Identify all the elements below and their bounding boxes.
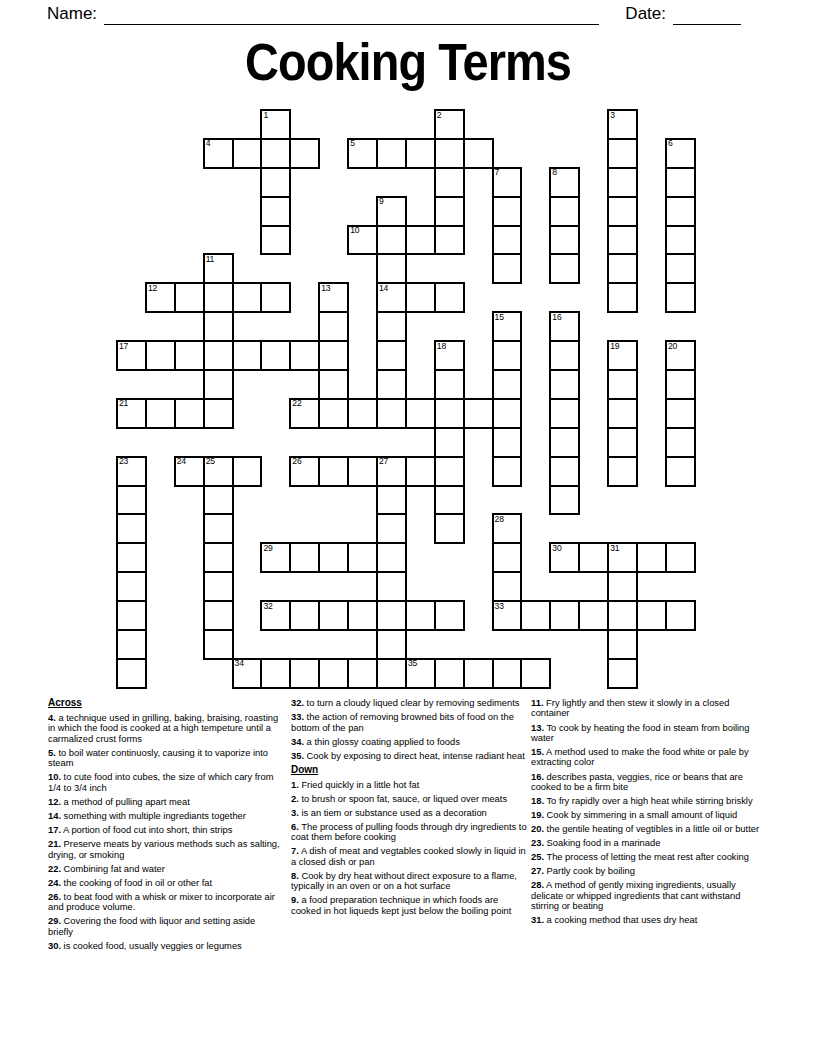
clue-number-label: 32.: [291, 698, 304, 708]
grid-cell[interactable]: [435, 139, 464, 168]
grid-cell[interactable]: 13: [319, 283, 348, 312]
grid-cell[interactable]: [406, 399, 435, 428]
grid-cell[interactable]: [377, 226, 406, 255]
grid-cell[interactable]: [608, 168, 637, 197]
empty-cell: [319, 110, 348, 139]
grid-cell[interactable]: [233, 283, 262, 312]
clue-number: 15: [495, 313, 504, 322]
grid-cell[interactable]: [435, 370, 464, 399]
grid-cell[interactable]: 32: [261, 601, 290, 630]
grid-cell[interactable]: [117, 572, 146, 601]
grid-cell[interactable]: [666, 543, 695, 572]
grid-cell[interactable]: [579, 543, 608, 572]
grid-cell[interactable]: [666, 226, 695, 255]
grid-cell[interactable]: [290, 659, 319, 688]
empty-cell: [637, 659, 666, 688]
empty-cell: [521, 197, 550, 226]
grid-cell[interactable]: 4: [204, 139, 233, 168]
grid-cell[interactable]: [493, 399, 522, 428]
grid-cell[interactable]: [521, 659, 550, 688]
grid-cell[interactable]: [666, 283, 695, 312]
grid-cell[interactable]: [406, 457, 435, 486]
empty-cell: [348, 168, 377, 197]
grid-cell[interactable]: [117, 630, 146, 659]
grid-cell[interactable]: [117, 514, 146, 543]
grid-cell[interactable]: [608, 283, 637, 312]
empty-cell: [204, 168, 233, 197]
empty-cell: [261, 370, 290, 399]
grid-cell[interactable]: 24: [175, 457, 204, 486]
empty-cell: [579, 659, 608, 688]
grid-cell[interactable]: [377, 370, 406, 399]
grid-cell[interactable]: [435, 601, 464, 630]
grid-cell[interactable]: 22: [290, 399, 319, 428]
name-input-line[interactable]: [104, 4, 599, 25]
grid-cell[interactable]: [637, 543, 666, 572]
empty-cell: [464, 601, 493, 630]
grid-cell[interactable]: [175, 399, 204, 428]
empty-cell: [233, 601, 262, 630]
clue-number: 16: [552, 313, 561, 322]
empty-cell: [175, 659, 204, 688]
grid-cell[interactable]: [666, 254, 695, 283]
empty-cell: [175, 514, 204, 543]
grid-cell[interactable]: [464, 659, 493, 688]
grid-cell[interactable]: 26: [290, 457, 319, 486]
empty-cell: [666, 630, 695, 659]
grid-cell[interactable]: 34: [233, 659, 262, 688]
empty-cell: [406, 370, 435, 399]
grid-cell[interactable]: 2: [435, 110, 464, 139]
grid-cell[interactable]: [377, 254, 406, 283]
empty-cell: [579, 197, 608, 226]
empty-cell: [637, 139, 666, 168]
empty-cell: [579, 630, 608, 659]
empty-cell: [146, 254, 175, 283]
grid-cell[interactable]: [666, 457, 695, 486]
grid-cell[interactable]: [204, 514, 233, 543]
empty-cell: [204, 226, 233, 255]
grid-cell[interactable]: [435, 514, 464, 543]
empty-cell: [406, 630, 435, 659]
empty-cell: [261, 312, 290, 341]
grid-cell[interactable]: [175, 341, 204, 370]
grid-cell[interactable]: [608, 399, 637, 428]
clue-number-label: 11.: [531, 698, 543, 708]
grid-cell[interactable]: [608, 572, 637, 601]
grid-cell[interactable]: [493, 197, 522, 226]
clue-number-label: 35.: [291, 751, 304, 761]
grid-cell[interactable]: 18: [435, 341, 464, 370]
grid-cell[interactable]: [406, 226, 435, 255]
grid-cell[interactable]: 8: [550, 168, 579, 197]
empty-cell: [233, 312, 262, 341]
grid-cell[interactable]: [146, 399, 175, 428]
grid-cell[interactable]: [435, 197, 464, 226]
empty-cell: [464, 630, 493, 659]
grid-cell[interactable]: [377, 139, 406, 168]
grid-cell[interactable]: [377, 312, 406, 341]
empty-cell: [406, 341, 435, 370]
grid-cell[interactable]: [348, 543, 377, 572]
empty-cell: [319, 514, 348, 543]
grid-cell[interactable]: [348, 659, 377, 688]
grid-cell[interactable]: [117, 659, 146, 688]
grid-cell[interactable]: [319, 341, 348, 370]
empty-cell: [146, 659, 175, 688]
clues-column-3: 11. Fry lightly and then stew it slowly …: [531, 698, 770, 929]
empty-cell: [637, 399, 666, 428]
clue-number-label: 3.: [291, 808, 299, 818]
empty-cell: [175, 370, 204, 399]
grid-cell[interactable]: [290, 139, 319, 168]
empty-cell: [521, 428, 550, 457]
grid-cell[interactable]: 33: [493, 601, 522, 630]
clue-18: 18. To fry rapidly over a high heat whil…: [531, 796, 770, 806]
grid-cell[interactable]: [204, 543, 233, 572]
clue-number: 33: [495, 602, 504, 611]
grid-cell[interactable]: [493, 543, 522, 572]
grid-cell[interactable]: [435, 168, 464, 197]
empty-cell: [579, 168, 608, 197]
empty-cell: [521, 312, 550, 341]
grid-cell[interactable]: [493, 226, 522, 255]
empty-cell: [521, 283, 550, 312]
clue-number-label: 12.: [48, 797, 61, 807]
grid-cell[interactable]: [666, 601, 695, 630]
clue-1: 1. Fried quickly in a little hot fat: [291, 780, 529, 790]
empty-cell: [521, 341, 550, 370]
clue-23: 23. Soaking food in a marinade: [531, 838, 770, 848]
grid-cell[interactable]: 5: [348, 139, 377, 168]
grid-cell[interactable]: [377, 341, 406, 370]
grid-cell[interactable]: [319, 543, 348, 572]
empty-cell: [146, 370, 175, 399]
grid-cell[interactable]: [146, 341, 175, 370]
grid-cell[interactable]: [608, 139, 637, 168]
grid-cell[interactable]: [204, 486, 233, 515]
clue-number: 28: [495, 515, 504, 524]
empty-cell: [464, 226, 493, 255]
empty-cell: [579, 283, 608, 312]
grid-cell[interactable]: 14: [377, 283, 406, 312]
empty-cell: [348, 486, 377, 515]
grid-cell[interactable]: [377, 630, 406, 659]
clue-number-label: 9.: [291, 895, 299, 905]
grid-cell[interactable]: [348, 457, 377, 486]
grid-cell[interactable]: [493, 572, 522, 601]
empty-cell: [146, 312, 175, 341]
grid-cell[interactable]: [319, 399, 348, 428]
grid-cell[interactable]: 10: [348, 226, 377, 255]
grid-cell[interactable]: [377, 486, 406, 515]
grid-cell[interactable]: [406, 139, 435, 168]
empty-cell: [233, 486, 262, 515]
empty-cell: [348, 572, 377, 601]
grid-cell[interactable]: 15: [493, 312, 522, 341]
grid-cell[interactable]: [608, 197, 637, 226]
clue-number-label: 31.: [531, 915, 544, 925]
clue-27: 27. Partly cook by boiling: [531, 866, 770, 876]
grid-cell[interactable]: [521, 601, 550, 630]
empty-cell: [117, 283, 146, 312]
grid-cell[interactable]: 25: [204, 457, 233, 486]
grid-cell[interactable]: [117, 543, 146, 572]
empty-cell: [435, 630, 464, 659]
grid-cell[interactable]: [608, 601, 637, 630]
empty-cell: [261, 428, 290, 457]
empty-cell: [175, 312, 204, 341]
grid-cell[interactable]: [435, 428, 464, 457]
grid-cell[interactable]: [204, 601, 233, 630]
empty-cell: [550, 283, 579, 312]
empty-cell: [319, 428, 348, 457]
empty-cell: [521, 486, 550, 515]
empty-cell: [175, 139, 204, 168]
empty-cell: [406, 197, 435, 226]
grid-cell[interactable]: [204, 283, 233, 312]
grid-cell[interactable]: [204, 630, 233, 659]
grid-cell[interactable]: [348, 601, 377, 630]
grid-cell[interactable]: [406, 601, 435, 630]
grid-cell[interactable]: 27: [377, 457, 406, 486]
grid-cell[interactable]: [261, 341, 290, 370]
clue-28: 28. A method of gently mixing ingredient…: [531, 880, 770, 911]
grid-cell[interactable]: [377, 572, 406, 601]
grid-cell[interactable]: [435, 457, 464, 486]
clue-number-label: 34.: [291, 737, 304, 747]
empty-cell: [117, 428, 146, 457]
grid-cell[interactable]: [666, 168, 695, 197]
grid-cell[interactable]: [550, 370, 579, 399]
grid-cell[interactable]: [261, 197, 290, 226]
grid-cell[interactable]: [464, 399, 493, 428]
grid-cell[interactable]: [319, 601, 348, 630]
grid-cell[interactable]: [579, 601, 608, 630]
clue-number-label: 29.: [48, 916, 61, 926]
clue-number-label: 24.: [48, 878, 61, 888]
grid-cell[interactable]: [290, 601, 319, 630]
grid-cell[interactable]: [550, 341, 579, 370]
grid-cell[interactable]: [550, 601, 579, 630]
grid-cell[interactable]: [377, 399, 406, 428]
empty-cell: [493, 139, 522, 168]
grid-cell[interactable]: [493, 659, 522, 688]
grid-cell[interactable]: [550, 428, 579, 457]
empty-cell: [521, 543, 550, 572]
empty-cell: [261, 514, 290, 543]
empty-cell: [117, 139, 146, 168]
grid-cell[interactable]: [261, 139, 290, 168]
grid-cell[interactable]: [550, 254, 579, 283]
clue-number: 11: [206, 255, 215, 264]
name-label: Name:: [47, 4, 97, 25]
empty-cell: [348, 630, 377, 659]
grid-cell[interactable]: [204, 370, 233, 399]
empty-cell: [175, 630, 204, 659]
empty-cell: [464, 572, 493, 601]
grid-cell[interactable]: [464, 139, 493, 168]
empty-cell: [290, 312, 319, 341]
grid-cell[interactable]: [233, 341, 262, 370]
grid-cell[interactable]: [319, 370, 348, 399]
grid-cell[interactable]: [608, 370, 637, 399]
grid-cell[interactable]: [666, 399, 695, 428]
grid-cell[interactable]: [204, 341, 233, 370]
empty-cell: [637, 254, 666, 283]
grid-cell[interactable]: [550, 197, 579, 226]
empty-cell: [290, 370, 319, 399]
grid-cell[interactable]: 17: [117, 341, 146, 370]
empty-cell: [319, 168, 348, 197]
empty-cell: [666, 110, 695, 139]
date-input-line[interactable]: [673, 4, 741, 25]
grid-cell[interactable]: [666, 370, 695, 399]
grid-cell[interactable]: [204, 572, 233, 601]
clue-25: 25. The process of letting the meat rest…: [531, 852, 770, 862]
grid-cell[interactable]: 1: [261, 110, 290, 139]
grid-cell[interactable]: [435, 283, 464, 312]
grid-cell[interactable]: 16: [550, 312, 579, 341]
grid-cell[interactable]: 6: [666, 139, 695, 168]
empty-cell: [550, 139, 579, 168]
clue-number-label: 23.: [531, 838, 544, 848]
grid-cell[interactable]: [233, 457, 262, 486]
grid-cell[interactable]: [261, 283, 290, 312]
empty-cell: [464, 457, 493, 486]
grid-cell[interactable]: [550, 486, 579, 515]
grid-cell[interactable]: [608, 428, 637, 457]
grid-cell[interactable]: 30: [550, 543, 579, 572]
grid-cell[interactable]: [290, 543, 319, 572]
grid-cell[interactable]: 21: [117, 399, 146, 428]
grid-cell[interactable]: 7: [493, 168, 522, 197]
clue-8: 8. Cook by dry heat without direct expos…: [291, 871, 529, 892]
empty-cell: [521, 630, 550, 659]
grid-cell[interactable]: [550, 457, 579, 486]
empty-cell: [146, 197, 175, 226]
empty-cell: [666, 514, 695, 543]
grid-cell[interactable]: 11: [204, 254, 233, 283]
grid-cell[interactable]: [175, 283, 204, 312]
empty-cell: [117, 168, 146, 197]
clue-4: 4. a technique used in grilling, baking,…: [48, 713, 282, 744]
grid-cell[interactable]: 35: [406, 659, 435, 688]
empty-cell: [406, 312, 435, 341]
grid-cell[interactable]: [204, 312, 233, 341]
empty-cell: [521, 457, 550, 486]
grid-cell[interactable]: [261, 226, 290, 255]
grid-cell[interactable]: [117, 601, 146, 630]
empty-cell: [493, 110, 522, 139]
empty-cell: [290, 226, 319, 255]
grid-cell[interactable]: [377, 543, 406, 572]
empty-cell: [319, 630, 348, 659]
grid-cell[interactable]: 9: [377, 197, 406, 226]
grid-cell[interactable]: [493, 428, 522, 457]
grid-cell[interactable]: [493, 370, 522, 399]
grid-cell[interactable]: [319, 312, 348, 341]
grid-cell[interactable]: [117, 486, 146, 515]
across-clues-part1: 4. a technique used in grilling, baking,…: [48, 713, 282, 951]
down-header: Down: [291, 765, 529, 775]
grid-cell[interactable]: [377, 514, 406, 543]
grid-cell[interactable]: 20: [666, 341, 695, 370]
grid-cell[interactable]: [493, 254, 522, 283]
clue-11: 11. Fry lightly and then stew it slowly …: [531, 698, 770, 719]
grid-cell[interactable]: [204, 399, 233, 428]
empty-cell: [319, 226, 348, 255]
grid-cell[interactable]: [608, 630, 637, 659]
empty-cell: [579, 341, 608, 370]
grid-cell[interactable]: [261, 168, 290, 197]
empty-cell: [579, 226, 608, 255]
clue-number: 7: [495, 168, 500, 177]
empty-cell: [146, 110, 175, 139]
grid-cell[interactable]: 29: [261, 543, 290, 572]
grid-cell[interactable]: [377, 601, 406, 630]
empty-cell: [435, 572, 464, 601]
grid-cell[interactable]: 23: [117, 457, 146, 486]
grid-cell[interactable]: [550, 226, 579, 255]
name-date-row: Name: Date:: [47, 4, 741, 25]
grid-cell[interactable]: [377, 659, 406, 688]
grid-cell[interactable]: [435, 399, 464, 428]
grid-cell[interactable]: [319, 457, 348, 486]
grid-cell[interactable]: [348, 399, 377, 428]
clue-35: 35. Cook by exposing to direct heat, int…: [291, 751, 529, 761]
empty-cell: [146, 630, 175, 659]
grid-cell[interactable]: [435, 486, 464, 515]
grid-cell[interactable]: 12: [146, 283, 175, 312]
clue-2: 2. to brush or spoon fat, sauce, or liqu…: [291, 794, 529, 804]
grid-cell[interactable]: [608, 254, 637, 283]
empty-cell: [637, 226, 666, 255]
grid-cell[interactable]: [666, 428, 695, 457]
clue-15: 15. A method used to make the food white…: [531, 747, 770, 768]
grid-cell[interactable]: [493, 341, 522, 370]
empty-cell: [146, 428, 175, 457]
grid-cell[interactable]: [406, 283, 435, 312]
grid-cell[interactable]: [319, 659, 348, 688]
grid-cell[interactable]: [435, 659, 464, 688]
empty-cell: [290, 168, 319, 197]
clue-number: 6: [668, 139, 673, 148]
grid-cell[interactable]: [550, 399, 579, 428]
grid-cell[interactable]: [290, 341, 319, 370]
grid-cell[interactable]: [637, 601, 666, 630]
clue-31: 31. a cooking method that uses dry heat: [531, 915, 770, 925]
grid-cell[interactable]: 31: [608, 543, 637, 572]
grid-cell[interactable]: [608, 226, 637, 255]
grid-cell[interactable]: [261, 659, 290, 688]
empty-cell: [637, 312, 666, 341]
clue-number: 32: [263, 602, 272, 611]
empty-cell: [464, 428, 493, 457]
grid-cell[interactable]: 19: [608, 341, 637, 370]
grid-cell[interactable]: [608, 659, 637, 688]
grid-cell[interactable]: 3: [608, 110, 637, 139]
grid-cell[interactable]: [435, 226, 464, 255]
grid-cell[interactable]: [608, 457, 637, 486]
grid-cell[interactable]: 28: [493, 514, 522, 543]
empty-cell: [464, 283, 493, 312]
empty-cell: [377, 110, 406, 139]
grid-cell[interactable]: [493, 457, 522, 486]
grid-cell[interactable]: [666, 197, 695, 226]
grid-cell[interactable]: [233, 139, 262, 168]
empty-cell: [579, 139, 608, 168]
